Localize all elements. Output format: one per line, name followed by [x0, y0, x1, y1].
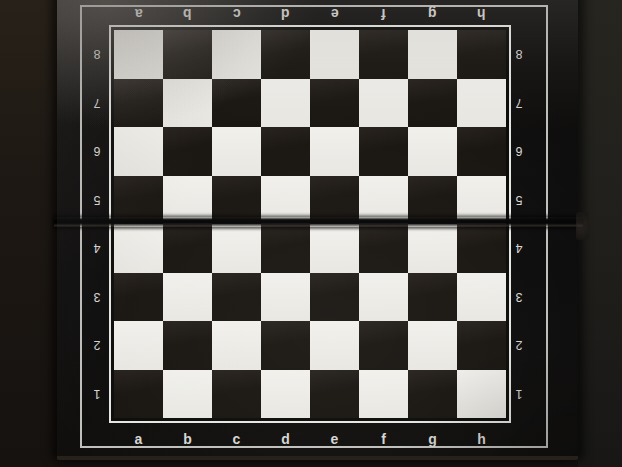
file-bottom-label-a: a: [114, 429, 163, 449]
rank-right-label-7: 7: [509, 79, 529, 128]
table-surface-left: [0, 0, 58, 467]
square-a4[interactable]: [114, 224, 163, 273]
square-b7[interactable]: [163, 79, 212, 128]
square-h3[interactable]: [457, 273, 506, 322]
square-d4[interactable]: [261, 224, 310, 273]
square-b2[interactable]: [163, 321, 212, 370]
square-g2[interactable]: [408, 321, 457, 370]
square-d8[interactable]: [261, 30, 310, 79]
square-a6[interactable]: [114, 127, 163, 176]
square-g6[interactable]: [408, 127, 457, 176]
square-a2[interactable]: [114, 321, 163, 370]
chess-board: abcdefgh abcdefgh 87654321 87654321: [57, 0, 578, 460]
file-top-label-d: d: [261, 4, 310, 24]
file-bottom-label-g: g: [408, 429, 457, 449]
square-g3[interactable]: [408, 273, 457, 322]
file-labels-bottom: abcdefgh: [114, 429, 506, 449]
square-b8[interactable]: [163, 30, 212, 79]
square-f8[interactable]: [359, 30, 408, 79]
file-bottom-label-d: d: [261, 429, 310, 449]
square-h7[interactable]: [457, 79, 506, 128]
rank-left-label-2: 2: [87, 321, 107, 370]
square-d1[interactable]: [261, 370, 310, 419]
square-h6[interactable]: [457, 127, 506, 176]
file-top-label-g: g: [408, 4, 457, 24]
rank-right-label-6: 6: [509, 127, 529, 176]
rank-left-label-6: 6: [87, 127, 107, 176]
rank-right-label-4: 4: [509, 224, 529, 273]
square-a7[interactable]: [114, 79, 163, 128]
square-g8[interactable]: [408, 30, 457, 79]
square-e7[interactable]: [310, 79, 359, 128]
rank-right-label-1: 1: [509, 370, 529, 419]
rank-left-label-4: 4: [87, 224, 107, 273]
square-c4[interactable]: [212, 224, 261, 273]
file-bottom-label-e: e: [310, 429, 359, 449]
photo-background: abcdefgh abcdefgh 87654321 87654321: [0, 0, 622, 467]
rank-right-label-3: 3: [509, 273, 529, 322]
square-c6[interactable]: [212, 127, 261, 176]
square-c8[interactable]: [212, 30, 261, 79]
square-f1[interactable]: [359, 370, 408, 419]
rank-left-label-8: 8: [87, 30, 107, 79]
file-top-label-e: e: [310, 4, 359, 24]
file-bottom-label-b: b: [163, 429, 212, 449]
rank-left-label-3: 3: [87, 273, 107, 322]
square-a1[interactable]: [114, 370, 163, 419]
file-top-label-f: f: [359, 4, 408, 24]
file-top-label-a: a: [114, 4, 163, 24]
square-c3[interactable]: [212, 273, 261, 322]
square-g1[interactable]: [408, 370, 457, 419]
rank-right-label-8: 8: [509, 30, 529, 79]
square-c2[interactable]: [212, 321, 261, 370]
square-e3[interactable]: [310, 273, 359, 322]
square-h1[interactable]: [457, 370, 506, 419]
rank-left-label-1: 1: [87, 370, 107, 419]
file-top-label-c: c: [212, 4, 261, 24]
square-d3[interactable]: [261, 273, 310, 322]
square-e8[interactable]: [310, 30, 359, 79]
square-g4[interactable]: [408, 224, 457, 273]
square-b6[interactable]: [163, 127, 212, 176]
hinge-notch: [576, 212, 589, 240]
file-bottom-label-c: c: [212, 429, 261, 449]
fold-seam: [54, 217, 583, 227]
square-a3[interactable]: [114, 273, 163, 322]
square-d7[interactable]: [261, 79, 310, 128]
square-a8[interactable]: [114, 30, 163, 79]
square-f2[interactable]: [359, 321, 408, 370]
square-h2[interactable]: [457, 321, 506, 370]
rank-right-label-2: 2: [509, 321, 529, 370]
square-b1[interactable]: [163, 370, 212, 419]
square-e4[interactable]: [310, 224, 359, 273]
square-d2[interactable]: [261, 321, 310, 370]
square-f3[interactable]: [359, 273, 408, 322]
file-top-label-b: b: [163, 4, 212, 24]
square-f6[interactable]: [359, 127, 408, 176]
square-h8[interactable]: [457, 30, 506, 79]
square-e1[interactable]: [310, 370, 359, 419]
rank-left-label-7: 7: [87, 79, 107, 128]
file-labels-top: abcdefgh: [114, 4, 506, 24]
square-g7[interactable]: [408, 79, 457, 128]
square-e6[interactable]: [310, 127, 359, 176]
square-f4[interactable]: [359, 224, 408, 273]
file-top-label-h: h: [457, 4, 506, 24]
square-h4[interactable]: [457, 224, 506, 273]
square-c1[interactable]: [212, 370, 261, 419]
file-bottom-label-f: f: [359, 429, 408, 449]
file-bottom-label-h: h: [457, 429, 506, 449]
square-e2[interactable]: [310, 321, 359, 370]
square-b4[interactable]: [163, 224, 212, 273]
square-c7[interactable]: [212, 79, 261, 128]
square-b3[interactable]: [163, 273, 212, 322]
square-f7[interactable]: [359, 79, 408, 128]
square-d6[interactable]: [261, 127, 310, 176]
